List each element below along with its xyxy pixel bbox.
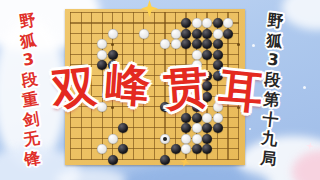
caption-char: 峰	[105, 62, 152, 109]
white-stone	[97, 50, 107, 60]
white-stone	[192, 50, 202, 60]
white-stone	[192, 134, 202, 144]
caption-char: 贯	[163, 65, 210, 112]
black-stone	[181, 113, 191, 123]
sparkle-dot	[303, 86, 306, 89]
caption-char: 3	[267, 50, 280, 71]
white-stone	[181, 144, 191, 154]
sparkle-dot	[252, 44, 255, 47]
black-stone	[202, 39, 212, 49]
black-stone	[181, 39, 191, 49]
caption-char: 耳	[217, 67, 265, 115]
caption-char: 九	[260, 128, 278, 149]
caption-char: 野	[18, 10, 37, 32]
white-stone	[97, 144, 107, 154]
caption-char: 段	[20, 69, 39, 91]
white-stone	[108, 29, 118, 39]
black-stone	[160, 155, 170, 165]
black-stone	[213, 123, 223, 133]
white-stone	[108, 134, 118, 144]
white-stone	[139, 29, 149, 39]
black-stone	[181, 123, 191, 133]
white-stone	[97, 39, 107, 49]
black-stone	[202, 134, 212, 144]
black-stone	[118, 144, 128, 154]
black-stone	[223, 29, 233, 39]
caption-char: 狐	[19, 30, 38, 52]
caption-char: 局	[259, 148, 277, 169]
white-stone	[171, 29, 181, 39]
last-move-marker	[163, 137, 167, 141]
white-stone	[160, 134, 170, 144]
black-stone	[192, 144, 202, 154]
black-stone	[192, 113, 202, 123]
black-stone	[213, 50, 223, 60]
black-stone	[202, 29, 212, 39]
black-stone	[202, 123, 212, 133]
black-stone	[202, 144, 212, 154]
white-stone	[192, 123, 202, 133]
black-stone	[213, 18, 223, 28]
black-stone	[118, 123, 128, 133]
white-stone	[223, 18, 233, 28]
star-point	[237, 43, 240, 46]
sparkle-dot	[249, 128, 251, 130]
black-stone	[108, 155, 118, 165]
white-stone	[192, 18, 202, 28]
white-stone	[171, 39, 181, 49]
black-stone	[202, 50, 212, 60]
caption-char: 狐	[266, 30, 284, 51]
thumbnail-stage: 野狐3段重剑无锋 野狐3段第十九局 双峰贯耳	[0, 0, 320, 180]
caption-char: 段	[264, 69, 282, 90]
white-stone	[202, 18, 212, 28]
white-stone	[202, 113, 212, 123]
black-stone	[192, 39, 202, 49]
black-stone	[181, 29, 191, 39]
caption-char: 野	[267, 10, 285, 31]
white-stone	[160, 39, 170, 49]
caption-char: 无	[22, 128, 41, 150]
black-stone	[192, 29, 202, 39]
caption-char: 重	[21, 89, 40, 111]
caption-char: 锋	[23, 148, 42, 170]
caption-char: 第	[262, 89, 280, 110]
black-stone	[213, 39, 223, 49]
star-point	[111, 43, 114, 46]
caption-char: 十	[261, 109, 279, 130]
white-stone	[181, 134, 191, 144]
black-stone	[97, 60, 107, 70]
black-stone	[181, 18, 191, 28]
black-stone	[171, 144, 181, 154]
caption-char: 3	[22, 50, 36, 71]
white-stone	[213, 29, 223, 39]
caption-char: 双	[50, 64, 98, 112]
left-caption: 野狐3段重剑无锋	[14, 11, 45, 169]
